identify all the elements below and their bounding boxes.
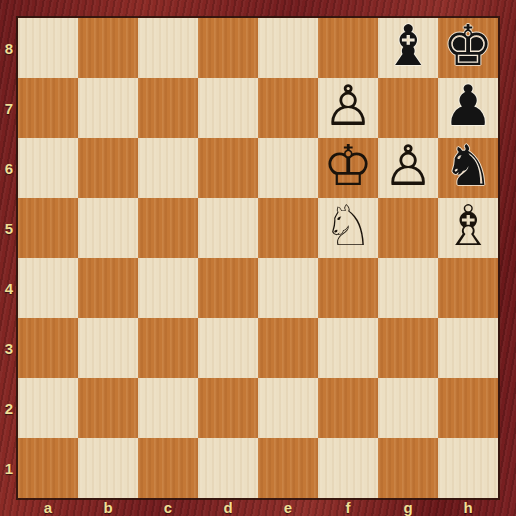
file-label-a: a	[18, 498, 78, 516]
square-c2[interactable]	[138, 378, 198, 438]
chessboard-frame: 87654321 ♝♚♙♟♔♙♞♘♗ abcdefgh	[0, 0, 516, 516]
square-d5[interactable]	[198, 198, 258, 258]
square-a8[interactable]	[18, 18, 78, 78]
square-h1[interactable]	[438, 438, 498, 498]
square-b3[interactable]	[78, 318, 138, 378]
square-g6[interactable]: ♙	[378, 138, 438, 198]
rank-label-6: 6	[0, 138, 18, 198]
square-a3[interactable]	[18, 318, 78, 378]
white-pawn-f7[interactable]: ♙	[323, 78, 373, 134]
rank-label-2: 2	[0, 378, 18, 438]
square-c5[interactable]	[138, 198, 198, 258]
white-bishop-h5[interactable]: ♗	[443, 198, 493, 254]
square-a1[interactable]	[18, 438, 78, 498]
rank-label-8: 8	[0, 18, 18, 78]
square-b6[interactable]	[78, 138, 138, 198]
file-label-g: g	[378, 498, 438, 516]
square-g1[interactable]	[378, 438, 438, 498]
square-d6[interactable]	[198, 138, 258, 198]
square-c6[interactable]	[138, 138, 198, 198]
square-f2[interactable]	[318, 378, 378, 438]
square-b7[interactable]	[78, 78, 138, 138]
square-g5[interactable]	[378, 198, 438, 258]
white-knight-f5[interactable]: ♘	[323, 198, 373, 254]
square-g8[interactable]: ♝	[378, 18, 438, 78]
square-a4[interactable]	[18, 258, 78, 318]
square-h6[interactable]: ♞	[438, 138, 498, 198]
square-g2[interactable]	[378, 378, 438, 438]
rank-label-4: 4	[0, 258, 18, 318]
white-pawn-g6[interactable]: ♙	[383, 138, 433, 194]
square-e8[interactable]	[258, 18, 318, 78]
square-e7[interactable]	[258, 78, 318, 138]
rank-label-5: 5	[0, 198, 18, 258]
rank-label-3: 3	[0, 318, 18, 378]
square-a7[interactable]	[18, 78, 78, 138]
file-label-c: c	[138, 498, 198, 516]
square-h4[interactable]	[438, 258, 498, 318]
square-d7[interactable]	[198, 78, 258, 138]
white-king-f6[interactable]: ♔	[323, 138, 373, 194]
square-b8[interactable]	[78, 18, 138, 78]
square-c1[interactable]	[138, 438, 198, 498]
chessboard: ♝♚♙♟♔♙♞♘♗	[18, 18, 498, 498]
square-c3[interactable]	[138, 318, 198, 378]
square-e3[interactable]	[258, 318, 318, 378]
square-e2[interactable]	[258, 378, 318, 438]
square-g7[interactable]	[378, 78, 438, 138]
square-e1[interactable]	[258, 438, 318, 498]
square-c7[interactable]	[138, 78, 198, 138]
square-a5[interactable]	[18, 198, 78, 258]
file-label-d: d	[198, 498, 258, 516]
square-d8[interactable]	[198, 18, 258, 78]
square-f3[interactable]	[318, 318, 378, 378]
rank-labels: 87654321	[0, 18, 18, 498]
square-f5[interactable]: ♘	[318, 198, 378, 258]
square-d2[interactable]	[198, 378, 258, 438]
file-label-h: h	[438, 498, 498, 516]
black-king-h8[interactable]: ♚	[443, 18, 493, 74]
square-c8[interactable]	[138, 18, 198, 78]
square-e4[interactable]	[258, 258, 318, 318]
square-a2[interactable]	[18, 378, 78, 438]
square-h8[interactable]: ♚	[438, 18, 498, 78]
square-h7[interactable]: ♟	[438, 78, 498, 138]
rank-label-7: 7	[0, 78, 18, 138]
square-b1[interactable]	[78, 438, 138, 498]
square-e5[interactable]	[258, 198, 318, 258]
square-b5[interactable]	[78, 198, 138, 258]
square-d3[interactable]	[198, 318, 258, 378]
square-h2[interactable]	[438, 378, 498, 438]
rank-label-1: 1	[0, 438, 18, 498]
square-f7[interactable]: ♙	[318, 78, 378, 138]
square-d1[interactable]	[198, 438, 258, 498]
file-labels: abcdefgh	[18, 498, 498, 516]
square-f8[interactable]	[318, 18, 378, 78]
square-f6[interactable]: ♔	[318, 138, 378, 198]
square-d4[interactable]	[198, 258, 258, 318]
square-e6[interactable]	[258, 138, 318, 198]
file-label-b: b	[78, 498, 138, 516]
square-h3[interactable]	[438, 318, 498, 378]
black-knight-h6[interactable]: ♞	[443, 138, 493, 194]
square-h5[interactable]: ♗	[438, 198, 498, 258]
square-b4[interactable]	[78, 258, 138, 318]
square-a6[interactable]	[18, 138, 78, 198]
black-pawn-h7[interactable]: ♟	[443, 78, 493, 134]
file-label-f: f	[318, 498, 378, 516]
black-bishop-g8[interactable]: ♝	[383, 18, 433, 74]
square-g3[interactable]	[378, 318, 438, 378]
file-label-e: e	[258, 498, 318, 516]
square-c4[interactable]	[138, 258, 198, 318]
square-b2[interactable]	[78, 378, 138, 438]
square-f4[interactable]	[318, 258, 378, 318]
square-f1[interactable]	[318, 438, 378, 498]
square-g4[interactable]	[378, 258, 438, 318]
